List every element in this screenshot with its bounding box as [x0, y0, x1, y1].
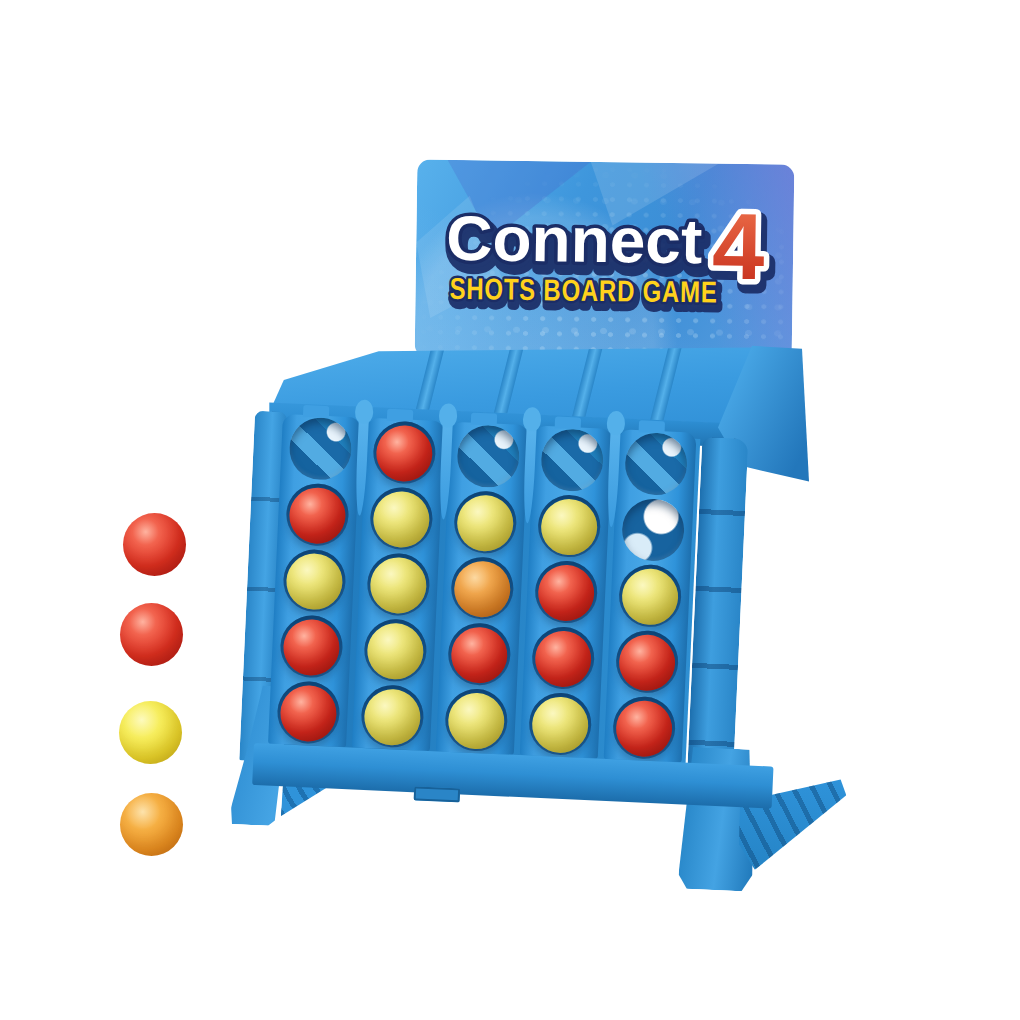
cell-c1-r2 [277, 480, 358, 549]
loose-ball-red [123, 513, 186, 576]
ball-yellow [447, 692, 505, 750]
cell-c5-r4 [607, 627, 688, 696]
cell-c4-r4 [523, 623, 604, 692]
hole-c2-r3 [366, 552, 431, 617]
cell-c5-r5 [604, 693, 685, 762]
loose-ball-yellow [119, 701, 182, 764]
cell-c2-r1 [364, 418, 445, 487]
cell-c3-r4 [439, 619, 520, 688]
column-strip-1 [268, 414, 361, 747]
ball-red [615, 699, 673, 757]
column-strips [268, 414, 697, 762]
cell-c2-r3 [358, 550, 439, 619]
hole-c4-r5 [528, 692, 593, 757]
backdrop-card: Connect Connect 4 4 4 SHOTS BOARD GAME S… [415, 159, 795, 362]
hole-c1-r2 [285, 482, 350, 547]
ball-yellow [621, 568, 679, 626]
ball-yellow [366, 622, 424, 680]
ball-red [288, 486, 346, 544]
loose-ball-orange [120, 793, 183, 856]
hole-c3-r3 [450, 556, 515, 621]
ball-yellow [285, 552, 343, 610]
base-clip-tab [414, 786, 461, 802]
hole-c5-r5 [612, 695, 677, 760]
hole-c1-r5 [276, 680, 341, 745]
cell-c4-r3 [526, 557, 607, 626]
ball-yellow [531, 696, 589, 754]
hole-c4-r3 [534, 560, 599, 625]
hole-c2-r1 [372, 420, 437, 485]
hole-c2-r2 [369, 486, 434, 551]
hole-c3-r4 [447, 622, 512, 687]
cell-c5-r3 [610, 561, 691, 630]
hole-c4-r4 [531, 626, 596, 691]
hole-c3-r5 [444, 688, 509, 753]
cell-c3-r3 [442, 553, 523, 622]
hole-c4-r1 [540, 428, 605, 493]
hole-c2-r4 [363, 618, 428, 683]
cell-c3-r2 [445, 488, 526, 557]
cell-c2-r4 [355, 616, 436, 685]
ball-yellow [369, 556, 427, 614]
cell-c4-r2 [529, 491, 610, 560]
ball-red [279, 684, 337, 742]
ball-red [450, 626, 508, 684]
ball-yellow [363, 688, 421, 746]
cell-c4-r5 [520, 689, 601, 758]
connect4-board [267, 414, 744, 787]
hole-c1-r4 [279, 614, 344, 679]
ball-yellow [540, 498, 598, 556]
hole-c5-r3 [618, 563, 683, 628]
ball-red [375, 424, 433, 482]
ball-red [618, 634, 676, 692]
ball-yellow [456, 494, 514, 552]
cell-c1-r1 [280, 414, 361, 483]
product-photo: Connect Connect 4 4 4 SHOTS BOARD GAME S… [0, 0, 1020, 1020]
ball-red [537, 564, 595, 622]
cell-c5-r1 [616, 429, 697, 498]
hole-c1-r3 [282, 548, 347, 613]
cell-c4-r1 [532, 425, 613, 494]
logo-subtitle: SHOTS BOARD GAME [449, 272, 717, 309]
cell-c2-r2 [361, 484, 442, 553]
hole-c3-r1 [456, 424, 521, 489]
hole-c1-r1 [288, 416, 353, 481]
ball-yellow [372, 490, 430, 548]
cell-c3-r1 [448, 422, 529, 491]
hole-c5-r1 [624, 432, 689, 497]
hole-c5-r2 [621, 498, 686, 563]
cell-c5-r2 [613, 495, 694, 564]
ball-red [282, 618, 340, 676]
cell-c2-r5 [352, 682, 433, 751]
hole-c5-r4 [615, 629, 680, 694]
cell-c1-r4 [271, 612, 352, 681]
ball-orange [453, 560, 511, 618]
hole-c4-r2 [537, 494, 602, 559]
hole-c2-r5 [360, 684, 425, 749]
logo: Connect Connect 4 4 4 SHOTS BOARD GAME S… [415, 159, 795, 362]
logo-title: Connect [446, 203, 703, 277]
cell-c1-r3 [274, 546, 355, 615]
cell-c3-r5 [436, 685, 517, 754]
ball-red [534, 630, 592, 688]
loose-ball-red [120, 603, 183, 666]
hole-c3-r2 [453, 490, 518, 555]
cell-c1-r5 [268, 678, 349, 747]
